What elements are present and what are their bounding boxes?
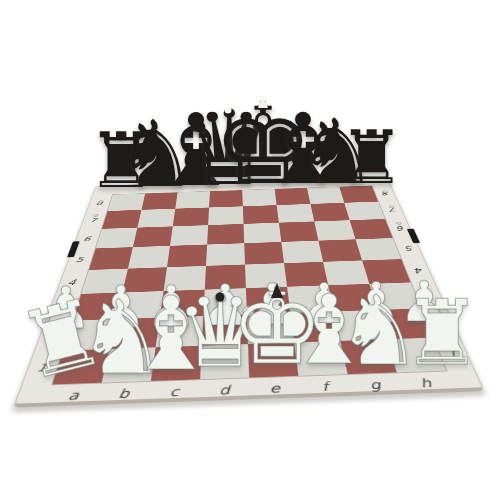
finial-ball-d1 <box>216 293 225 302</box>
piece-black-rook-h8[interactable]: ♜ <box>339 120 405 194</box>
finial-ball-d8 <box>225 107 232 114</box>
finial-spike-e8 <box>258 95 268 108</box>
finial-spike-e1 <box>271 283 283 298</box>
piece-white-rook-h1[interactable]: ♜ <box>402 288 483 378</box>
pieces-layer: ♜♞♝♛♚♝♞♜♟♟♟♟♟♟♟♟♜♞♝♛♚♝♞♜ <box>0 0 500 500</box>
photo-canvas: abcdefgh1122334455667788 ♜♞♝♛♚♝♞♜♟♟♟♟♟♟♟… <box>0 0 500 500</box>
